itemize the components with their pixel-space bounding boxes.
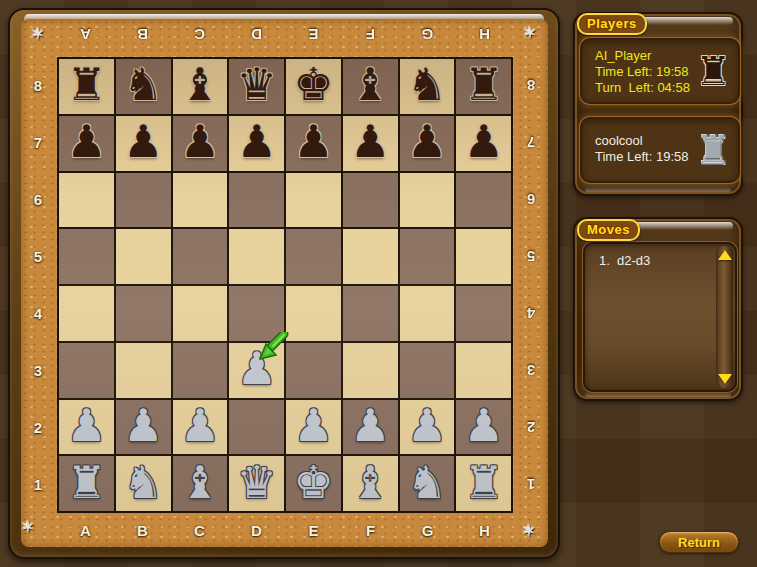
player-time-left: Time Left: 19:58 — [595, 149, 688, 165]
black-pawn[interactable]: ♟ — [236, 119, 276, 164]
square-b4[interactable] — [116, 286, 171, 341]
coord-label: A — [57, 20, 114, 50]
players-panel-title: Players — [577, 13, 647, 35]
coord-label: C — [171, 20, 228, 50]
square-g5[interactable] — [400, 229, 455, 284]
square-b6[interactable] — [116, 173, 171, 228]
black-pawn[interactable]: ♟ — [350, 119, 390, 164]
square-h8[interactable]: ♜ — [456, 59, 511, 114]
white-queen[interactable]: ♛ — [236, 460, 276, 505]
square-a8[interactable]: ♜ — [59, 59, 114, 114]
square-b2[interactable]: ♟ — [116, 400, 171, 455]
black-rook[interactable]: ♜ — [66, 62, 106, 107]
rank-labels-right: 87654321 — [517, 57, 545, 513]
coord-label: 1 — [24, 456, 52, 513]
square-e7[interactable]: ♟ — [286, 116, 341, 171]
square-h7[interactable]: ♟ — [456, 116, 511, 171]
coord-label: 2 — [517, 399, 545, 456]
board-grid[interactable]: ♜♞♝♛♚♝♞♜♟♟♟♟♟♟♟♟♟♟♟♟♟♟♟♟♜♞♝♛♚♝♞♜ — [57, 57, 513, 513]
black-pawn[interactable]: ♟ — [123, 119, 163, 164]
white-piece-icon: ♜ — [695, 130, 731, 170]
coord-label: H — [456, 20, 513, 50]
black-pawn[interactable]: ♟ — [293, 119, 333, 164]
black-king[interactable]: ♚ — [293, 62, 333, 107]
coord-label: 7 — [517, 114, 545, 171]
square-c7[interactable]: ♟ — [173, 116, 228, 171]
square-c3[interactable] — [173, 343, 228, 398]
white-pawn[interactable]: ♟ — [407, 403, 447, 448]
square-h1[interactable]: ♜ — [456, 456, 511, 511]
square-c4[interactable] — [173, 286, 228, 341]
coord-label: H — [456, 516, 513, 544]
move-entries: 1. d2-d3 — [599, 252, 711, 269]
player-name: AI_Player — [595, 48, 690, 64]
square-f2[interactable]: ♟ — [343, 400, 398, 455]
square-d1[interactable]: ♛ — [229, 456, 284, 511]
white-bishop[interactable]: ♝ — [180, 460, 220, 505]
player-card-black: AI_Player Time Left: 19:58 Turn Left: 04… — [580, 38, 740, 104]
square-g4[interactable] — [400, 286, 455, 341]
file-labels-bottom: ABCDEFGH — [57, 516, 513, 544]
square-a6[interactable] — [59, 173, 114, 228]
black-piece-icon: ♜ — [695, 51, 731, 91]
move-entry[interactable]: 1. d2-d3 — [599, 252, 711, 269]
player-turn-left: Turn Left: 04:58 — [595, 80, 690, 96]
square-b3[interactable] — [116, 343, 171, 398]
coord-label: 1 — [517, 456, 545, 513]
square-c5[interactable] — [173, 229, 228, 284]
black-rook[interactable]: ♜ — [463, 62, 503, 107]
coord-label: G — [399, 20, 456, 50]
coord-label: D — [228, 516, 285, 544]
coord-label: 8 — [24, 57, 52, 114]
player-card-white: coolcool Time Left: 19:58 ♜ — [580, 117, 740, 183]
white-king[interactable]: ♚ — [293, 460, 333, 505]
square-c6[interactable] — [173, 173, 228, 228]
coord-label: F — [342, 20, 399, 50]
white-knight[interactable]: ♞ — [123, 460, 163, 505]
move-list-scrollbar[interactable] — [716, 246, 733, 388]
coord-label: 5 — [517, 228, 545, 285]
square-h5[interactable] — [456, 229, 511, 284]
black-pawn[interactable]: ♟ — [463, 119, 503, 164]
square-h3[interactable] — [456, 343, 511, 398]
square-e4[interactable] — [286, 286, 341, 341]
coord-label: E — [285, 516, 342, 544]
return-button[interactable]: Return — [659, 531, 739, 553]
coord-label: B — [114, 516, 171, 544]
square-h4[interactable] — [456, 286, 511, 341]
coord-label: C — [171, 516, 228, 544]
square-d8[interactable]: ♛ — [229, 59, 284, 114]
corner-star-icon: ✶ — [522, 24, 537, 42]
square-b5[interactable] — [116, 229, 171, 284]
last-move-arrow-icon — [259, 332, 289, 360]
coord-label: F — [342, 516, 399, 544]
black-queen[interactable]: ♛ — [236, 62, 276, 107]
square-c8[interactable]: ♝ — [173, 59, 228, 114]
square-f5[interactable] — [343, 229, 398, 284]
square-g8[interactable]: ♞ — [400, 59, 455, 114]
square-d2[interactable] — [229, 400, 284, 455]
square-f6[interactable] — [343, 173, 398, 228]
player-name: coolcool — [595, 133, 688, 149]
player-time-left: Time Left: 19:58 — [595, 64, 690, 80]
coord-label: G — [399, 516, 456, 544]
moves-panel-title: Moves — [577, 219, 640, 241]
coord-label: D — [228, 20, 285, 50]
white-pawn[interactable]: ♟ — [463, 403, 503, 448]
square-h6[interactable] — [456, 173, 511, 228]
white-bishop[interactable]: ♝ — [350, 460, 390, 505]
white-pawn[interactable]: ♟ — [123, 403, 163, 448]
square-e1[interactable]: ♚ — [286, 456, 341, 511]
square-a4[interactable] — [59, 286, 114, 341]
square-f8[interactable]: ♝ — [343, 59, 398, 114]
square-g6[interactable] — [400, 173, 455, 228]
white-knight[interactable]: ♞ — [407, 460, 447, 505]
square-f4[interactable] — [343, 286, 398, 341]
square-d6[interactable] — [229, 173, 284, 228]
square-e8[interactable]: ♚ — [286, 59, 341, 114]
square-g3[interactable] — [400, 343, 455, 398]
coord-label: B — [114, 20, 171, 50]
black-pawn[interactable]: ♟ — [407, 119, 447, 164]
black-knight[interactable]: ♞ — [407, 62, 447, 107]
scroll-up-icon[interactable] — [718, 250, 732, 260]
coord-label: 5 — [24, 228, 52, 285]
square-d7[interactable]: ♟ — [229, 116, 284, 171]
white-pawn[interactable]: ♟ — [350, 403, 390, 448]
coord-label: 8 — [517, 57, 545, 114]
square-c2[interactable]: ♟ — [173, 400, 228, 455]
square-a2[interactable]: ♟ — [59, 400, 114, 455]
square-c1[interactable]: ♝ — [173, 456, 228, 511]
square-h2[interactable]: ♟ — [456, 400, 511, 455]
square-a3[interactable] — [59, 343, 114, 398]
coord-label: 4 — [24, 285, 52, 342]
black-pawn[interactable]: ♟ — [180, 119, 220, 164]
coord-label: 6 — [24, 171, 52, 228]
coord-label: 3 — [24, 342, 52, 399]
square-f7[interactable]: ♟ — [343, 116, 398, 171]
corner-star-icon: ✶ — [521, 522, 536, 540]
square-g1[interactable]: ♞ — [400, 456, 455, 511]
square-g2[interactable]: ♟ — [400, 400, 455, 455]
white-pawn[interactable]: ♟ — [293, 403, 333, 448]
square-f3[interactable] — [343, 343, 398, 398]
scroll-down-icon[interactable] — [718, 374, 732, 384]
square-e2[interactable]: ♟ — [286, 400, 341, 455]
white-rook[interactable]: ♜ — [463, 460, 503, 505]
square-g7[interactable]: ♟ — [400, 116, 455, 171]
square-e3[interactable] — [286, 343, 341, 398]
square-a1[interactable]: ♜ — [59, 456, 114, 511]
coord-label: 4 — [517, 285, 545, 342]
square-f1[interactable]: ♝ — [343, 456, 398, 511]
square-b7[interactable]: ♟ — [116, 116, 171, 171]
square-e6[interactable] — [286, 173, 341, 228]
white-pawn[interactable]: ♟ — [180, 403, 220, 448]
move-list[interactable]: 1. d2-d3 — [583, 242, 737, 392]
coord-label: 7 — [24, 114, 52, 171]
white-pawn[interactable]: ♟ — [66, 403, 106, 448]
square-d5[interactable] — [229, 229, 284, 284]
white-rook[interactable]: ♜ — [66, 460, 106, 505]
corner-star-icon: ✶ — [30, 25, 45, 43]
corner-star-icon: ✶ — [20, 518, 35, 536]
coord-label: 2 — [24, 399, 52, 456]
coord-label: E — [285, 20, 342, 50]
square-b1[interactable]: ♞ — [116, 456, 171, 511]
black-bishop[interactable]: ♝ — [350, 62, 390, 107]
square-e5[interactable] — [286, 229, 341, 284]
file-labels-top: ABCDEFGH — [57, 20, 513, 50]
coord-label: 3 — [517, 342, 545, 399]
coord-label: 6 — [517, 171, 545, 228]
square-a5[interactable] — [59, 229, 114, 284]
coord-label: A — [57, 516, 114, 544]
square-a7[interactable]: ♟ — [59, 116, 114, 171]
square-b8[interactable]: ♞ — [116, 59, 171, 114]
rank-labels-left: 87654321 — [24, 57, 52, 513]
black-pawn[interactable]: ♟ — [66, 119, 106, 164]
black-bishop[interactable]: ♝ — [180, 62, 220, 107]
black-knight[interactable]: ♞ — [123, 62, 163, 107]
app-window: { "game": "chess", "position": { "fen": … — [0, 0, 757, 567]
